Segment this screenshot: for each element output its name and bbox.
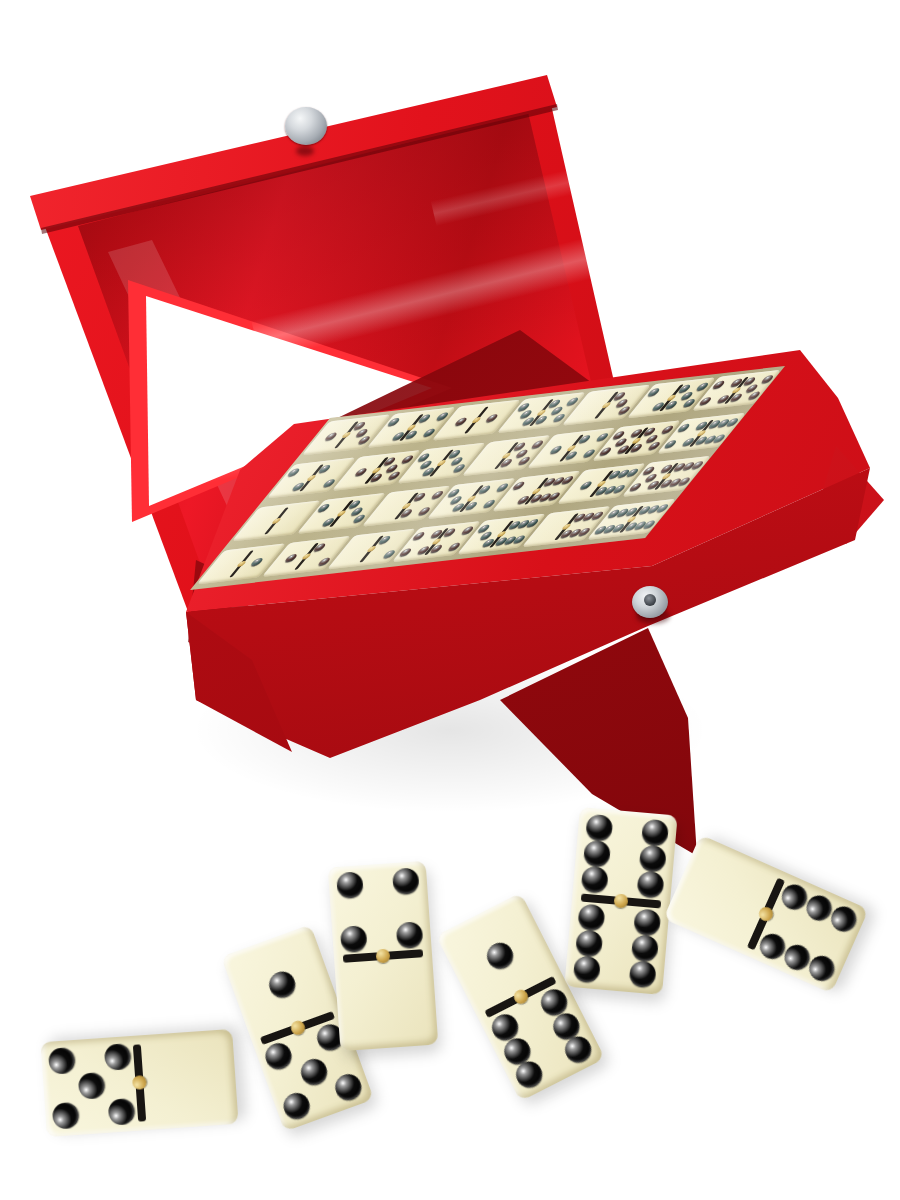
pip bbox=[411, 532, 427, 541]
pip bbox=[598, 447, 614, 456]
pip bbox=[629, 960, 657, 988]
pip bbox=[481, 938, 516, 973]
pip bbox=[51, 1102, 79, 1130]
pip bbox=[511, 481, 527, 490]
pip bbox=[296, 1055, 329, 1088]
pip bbox=[48, 1047, 76, 1075]
pip bbox=[641, 819, 669, 847]
pip bbox=[698, 397, 714, 406]
pip bbox=[386, 417, 402, 426]
pip bbox=[353, 468, 369, 477]
domino-0-6[interactable] bbox=[663, 835, 869, 994]
domino-half-0 bbox=[334, 953, 438, 1052]
pip bbox=[575, 929, 603, 957]
pip bbox=[637, 871, 665, 899]
domino-half-6 bbox=[572, 807, 677, 905]
pip bbox=[676, 423, 692, 432]
pip bbox=[572, 955, 600, 983]
domino-5-0[interactable] bbox=[40, 1029, 238, 1137]
domino-6-6[interactable] bbox=[564, 807, 677, 995]
pip bbox=[261, 1039, 294, 1072]
pip bbox=[249, 558, 265, 567]
pip bbox=[578, 481, 594, 490]
pip bbox=[585, 814, 613, 842]
pip bbox=[548, 445, 564, 454]
pip bbox=[634, 908, 662, 936]
pip bbox=[583, 840, 611, 868]
pip bbox=[646, 388, 662, 397]
pip bbox=[336, 872, 364, 900]
domino-half-5 bbox=[40, 1036, 142, 1137]
stud-post bbox=[644, 594, 656, 606]
pip bbox=[398, 548, 414, 557]
scene bbox=[0, 0, 900, 1200]
pip bbox=[323, 432, 339, 441]
pip bbox=[711, 380, 727, 389]
pip bbox=[577, 903, 605, 931]
pip bbox=[280, 1090, 313, 1123]
pip bbox=[484, 414, 500, 423]
domino-4-0[interactable] bbox=[328, 861, 439, 1051]
pip bbox=[316, 503, 332, 512]
pip bbox=[663, 440, 679, 449]
pip bbox=[286, 468, 302, 477]
snap-button-shadow bbox=[296, 146, 314, 156]
pip bbox=[77, 1072, 105, 1100]
domino-half-0 bbox=[136, 1029, 238, 1130]
pip bbox=[580, 866, 608, 894]
pip bbox=[631, 934, 659, 962]
pip bbox=[396, 921, 424, 949]
pip bbox=[103, 1043, 131, 1071]
pip bbox=[628, 483, 644, 492]
pip bbox=[392, 868, 420, 896]
pip bbox=[453, 417, 469, 426]
pip bbox=[339, 925, 367, 953]
pip bbox=[264, 968, 297, 1001]
domino-half-4 bbox=[328, 861, 432, 960]
pip bbox=[331, 1071, 364, 1104]
pip bbox=[639, 845, 667, 873]
pip bbox=[283, 554, 299, 563]
pip bbox=[107, 1098, 135, 1126]
snap-button[interactable] bbox=[285, 107, 327, 145]
domino-half-6 bbox=[564, 897, 669, 995]
